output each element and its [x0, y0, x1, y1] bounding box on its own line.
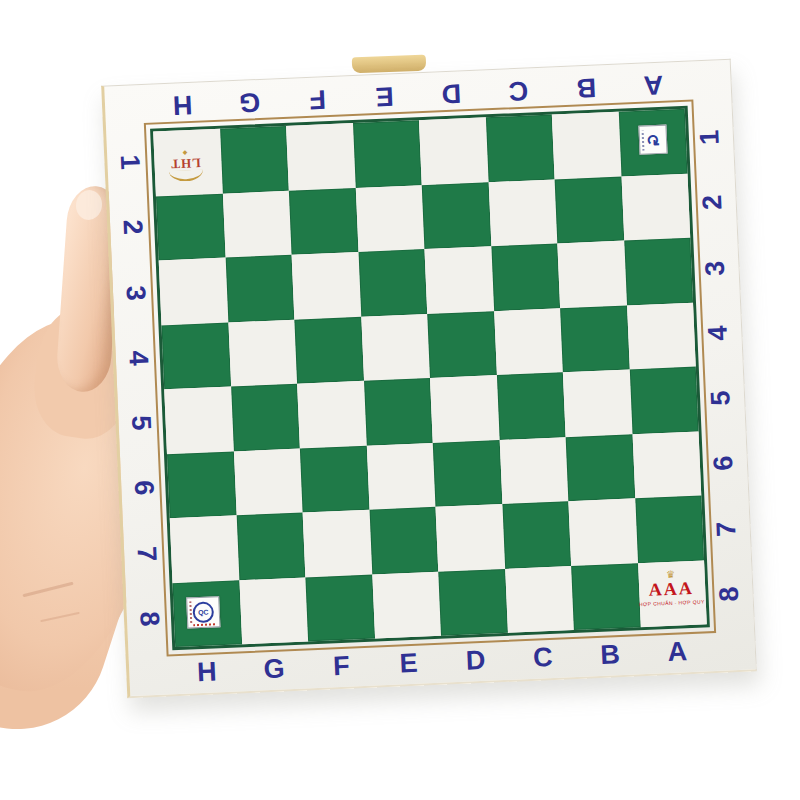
file-label: E — [374, 644, 443, 683]
file-label: H — [148, 86, 217, 125]
file-label: A — [619, 66, 688, 105]
square-c5 — [496, 372, 565, 439]
file-label: B — [576, 635, 645, 674]
photo-scene: HGFEDCBA HGFEDCBA 12345678 12345678 LHT … — [0, 0, 800, 800]
file-label: G — [216, 83, 285, 122]
square-d6 — [433, 440, 502, 507]
square-e5 — [364, 378, 433, 445]
square-e2 — [355, 185, 424, 252]
square-d8 — [438, 568, 507, 635]
square-g1 — [220, 126, 289, 193]
file-label: C — [484, 71, 553, 110]
square-h7 — [170, 515, 239, 582]
square-b5 — [563, 369, 632, 436]
square-e1 — [353, 120, 422, 187]
square-f2 — [289, 187, 358, 254]
square-g6 — [233, 448, 302, 515]
square-f4 — [294, 316, 363, 383]
file-label: C — [509, 638, 578, 677]
square-g3 — [225, 255, 294, 322]
file-label: H — [173, 652, 242, 691]
circular-certification-icon: QC — [192, 601, 214, 623]
square-b3 — [557, 241, 626, 308]
square-f6 — [300, 445, 369, 512]
gold-dot-icon: ◆ — [183, 149, 188, 156]
certification-sticker-top-right: ↻ — [638, 125, 667, 155]
square-g4 — [228, 319, 297, 386]
square-f7 — [303, 510, 372, 577]
square-e3 — [358, 249, 427, 316]
square-a2 — [621, 173, 690, 240]
square-g2 — [222, 190, 291, 257]
square-d1 — [419, 117, 488, 184]
file-label: F — [283, 80, 352, 119]
square-a7 — [635, 495, 704, 562]
square-g7 — [236, 513, 305, 580]
square-f5 — [297, 381, 366, 448]
square-f8 — [305, 574, 374, 641]
square-c3 — [491, 243, 560, 310]
square-b7 — [568, 498, 637, 565]
square-d4 — [427, 311, 496, 378]
sticker-text-line — [193, 623, 215, 626]
sticker-text-bar — [189, 601, 192, 623]
square-d2 — [422, 182, 491, 249]
square-c1 — [485, 115, 554, 182]
file-label: E — [350, 77, 419, 116]
square-h2 — [156, 193, 225, 260]
file-label: A — [643, 632, 712, 671]
playing-area — [150, 106, 710, 651]
file-label: D — [441, 641, 510, 680]
square-e4 — [361, 314, 430, 381]
square-c6 — [499, 437, 568, 504]
file-label: B — [551, 69, 620, 108]
square-a3 — [624, 238, 693, 305]
square-d3 — [424, 246, 493, 313]
file-label: D — [417, 74, 486, 113]
square-e8 — [372, 571, 441, 638]
lht-logo: LHT ◆ — [156, 136, 214, 182]
square-f1 — [286, 123, 355, 190]
square-b2 — [555, 176, 624, 243]
square-h3 — [159, 258, 228, 325]
square-c4 — [494, 308, 563, 375]
square-c7 — [502, 501, 571, 568]
circular-arrows-icon: ↻ — [646, 131, 660, 148]
square-h6 — [167, 451, 236, 518]
file-label: F — [307, 647, 376, 686]
certification-sticker-bottom-left: QC — [186, 596, 220, 628]
file-label: G — [240, 649, 309, 688]
aaa-logo-text: AAA — [648, 579, 694, 599]
aaa-logo: ♛ AAA HỢP CHUẨN - HỢP QUY — [627, 567, 715, 621]
square-c8 — [505, 566, 574, 633]
square-a6 — [632, 431, 701, 498]
square-b6 — [566, 434, 635, 501]
square-b1 — [552, 112, 621, 179]
square-g8 — [239, 577, 308, 644]
square-g5 — [231, 384, 300, 451]
sticker-text-bar — [642, 131, 645, 151]
square-f3 — [292, 252, 361, 319]
board-grid — [153, 109, 707, 647]
square-a4 — [627, 302, 696, 369]
square-d7 — [435, 504, 504, 571]
square-d5 — [430, 375, 499, 442]
square-b4 — [560, 305, 629, 372]
square-e6 — [366, 442, 435, 509]
chessboard: HGFEDCBA HGFEDCBA 12345678 12345678 LHT … — [101, 59, 757, 698]
square-a5 — [629, 367, 698, 434]
board-clasp — [352, 55, 427, 74]
square-e7 — [369, 507, 438, 574]
square-c2 — [488, 179, 557, 246]
square-h4 — [161, 322, 230, 389]
square-h5 — [164, 386, 233, 453]
lht-logo-text: LHT — [170, 156, 201, 171]
